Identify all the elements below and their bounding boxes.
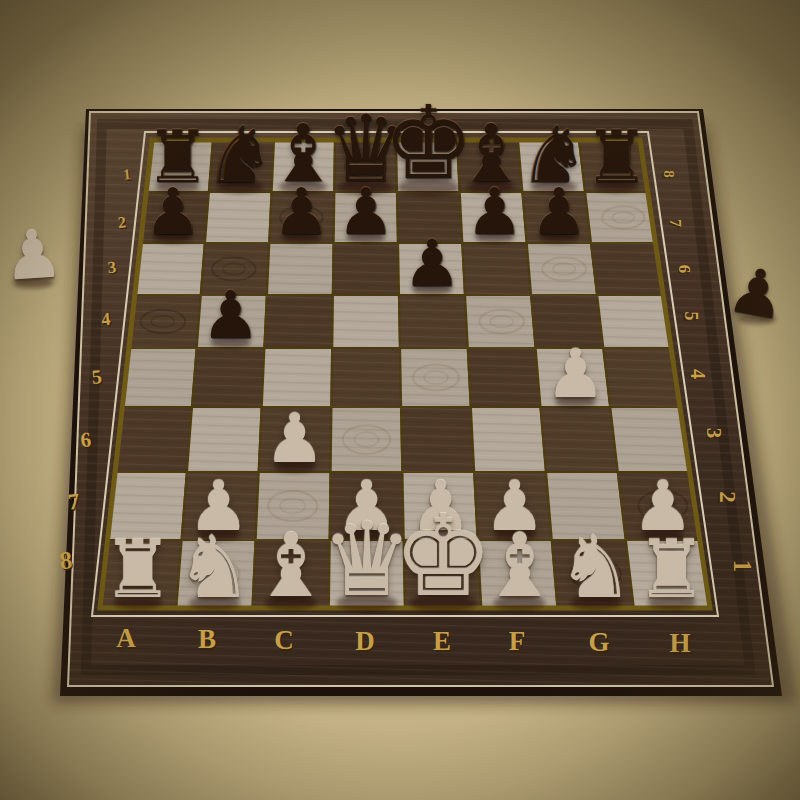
white-rook-h1[interactable]: ♜ xyxy=(636,530,708,610)
file-label-a: A xyxy=(116,623,136,653)
white-rook-a1[interactable]: ♜ xyxy=(102,530,174,610)
white-pawn-g4[interactable]: ♟ xyxy=(545,341,605,408)
white-pawn-offboard-left[interactable]: ♟ xyxy=(1,221,65,291)
file-label-h: H xyxy=(669,628,690,658)
file-label-c: C xyxy=(274,625,294,655)
file-label-d: D xyxy=(355,626,375,656)
rank-label-right-7: 7 xyxy=(667,219,684,227)
table-scene: AABBCCDDEEFFGGHH112233445566778888776655… xyxy=(0,0,800,800)
file-label-f: F xyxy=(509,626,526,656)
file-label-g: G xyxy=(588,627,609,657)
rank-label-right-6: 6 xyxy=(675,265,694,274)
black-pawn-offboard-right[interactable]: ♟ xyxy=(723,257,791,330)
white-knight-b1[interactable]: ♞ xyxy=(176,524,253,610)
rank-label-right-4: 4 xyxy=(687,369,709,379)
file-label-b: B xyxy=(198,624,216,654)
rank-label-right-1: 1 xyxy=(729,560,756,573)
white-bishop-c1[interactable]: ♝ xyxy=(251,522,330,610)
white-bishop-f1[interactable]: ♝ xyxy=(480,522,559,610)
black-pawn-e6[interactable]: ♟ xyxy=(403,231,461,296)
rank-label-right-5: 5 xyxy=(681,312,701,321)
file-label-e: E xyxy=(433,626,451,656)
black-pawn-d7[interactable]: ♟ xyxy=(337,180,395,244)
rank-label-right-2: 2 xyxy=(715,491,740,503)
black-pawn-c7[interactable]: ♟ xyxy=(273,180,331,244)
rank-label-right-8: 8 xyxy=(661,170,677,178)
white-king-e1[interactable]: ♚ xyxy=(393,500,493,612)
black-knight-b8[interactable]: ♞ xyxy=(205,116,275,194)
rank-label-right-3: 3 xyxy=(702,428,726,439)
white-knight-g1[interactable]: ♞ xyxy=(557,524,634,610)
black-pawn-f7[interactable]: ♟ xyxy=(466,180,524,244)
black-pawn-a7[interactable]: ♟ xyxy=(144,180,202,244)
black-pawn-g7[interactable]: ♟ xyxy=(530,180,588,244)
white-pawn-c3[interactable]: ♟ xyxy=(264,405,325,473)
black-rook-h8[interactable]: ♜ xyxy=(584,121,649,194)
black-pawn-b5[interactable]: ♟ xyxy=(201,283,260,349)
